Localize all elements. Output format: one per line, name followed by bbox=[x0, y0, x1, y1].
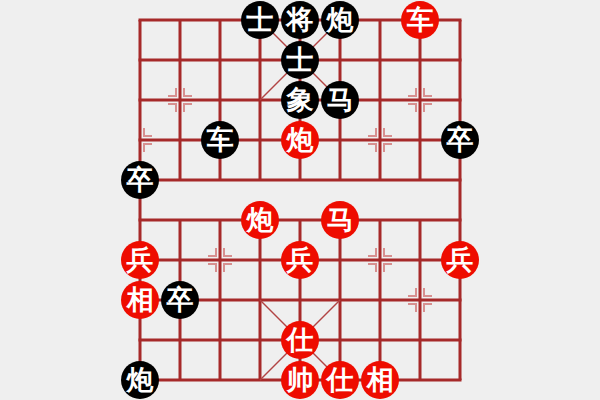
xiangqi-app: 士将炮车士象马车炮卒卒炮马兵兵兵相卒仕炮帅仕相 bbox=[0, 0, 600, 400]
piece-black-advisor[interactable]: 士 bbox=[281, 41, 319, 79]
piece-red-pawn[interactable]: 兵 bbox=[441, 241, 479, 279]
piece-red-cannon[interactable]: 炮 bbox=[241, 201, 279, 239]
piece-red-advisor[interactable]: 仕 bbox=[281, 321, 319, 359]
piece-red-chariot[interactable]: 车 bbox=[401, 1, 439, 39]
piece-red-pawn[interactable]: 兵 bbox=[281, 241, 319, 279]
piece-black-general[interactable]: 将 bbox=[281, 1, 319, 39]
xiangqi-board: 士将炮车士象马车炮卒卒炮马兵兵兵相卒仕炮帅仕相 bbox=[120, 0, 480, 400]
piece-black-pawn[interactable]: 卒 bbox=[121, 161, 159, 199]
piece-red-general[interactable]: 帅 bbox=[281, 361, 319, 399]
piece-black-elephant[interactable]: 象 bbox=[281, 81, 319, 119]
piece-black-advisor[interactable]: 士 bbox=[241, 1, 279, 39]
piece-black-cannon[interactable]: 炮 bbox=[121, 361, 159, 399]
piece-black-chariot[interactable]: 车 bbox=[201, 121, 239, 159]
piece-red-cannon[interactable]: 炮 bbox=[281, 121, 319, 159]
piece-black-pawn[interactable]: 卒 bbox=[441, 121, 479, 159]
piece-red-elephant[interactable]: 相 bbox=[121, 281, 159, 319]
piece-black-cannon[interactable]: 炮 bbox=[321, 1, 359, 39]
piece-black-horse[interactable]: 马 bbox=[321, 81, 359, 119]
piece-layer: 士将炮车士象马车炮卒卒炮马兵兵兵相卒仕炮帅仕相 bbox=[120, 0, 480, 400]
piece-red-elephant[interactable]: 相 bbox=[361, 361, 399, 399]
piece-red-horse[interactable]: 马 bbox=[321, 201, 359, 239]
piece-red-pawn[interactable]: 兵 bbox=[121, 241, 159, 279]
piece-red-advisor[interactable]: 仕 bbox=[321, 361, 359, 399]
piece-black-pawn[interactable]: 卒 bbox=[161, 281, 199, 319]
